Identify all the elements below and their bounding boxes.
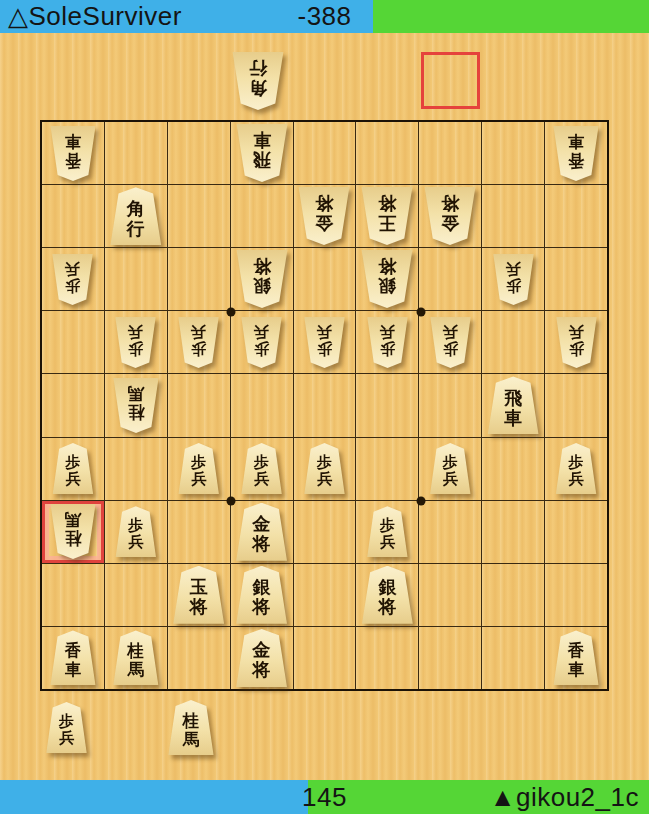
sente-hand-pawn-slot: 歩兵: [45, 702, 88, 753]
square-7b[interactable]: [168, 185, 230, 247]
square-6b[interactable]: [231, 185, 293, 247]
sente-hand-knight-slot: 桂馬: [167, 700, 215, 755]
gote-pawn-piece[interactable]: 歩兵: [240, 317, 283, 368]
square-4a[interactable]: [356, 122, 418, 184]
square-2g[interactable]: [482, 501, 544, 563]
square-1e[interactable]: [545, 374, 607, 436]
sente-bishop-piece[interactable]: 角行: [109, 187, 163, 245]
square-9d[interactable]: [42, 311, 104, 373]
square-1h[interactable]: [545, 564, 607, 626]
sente-pawn-piece[interactable]: 歩兵: [366, 506, 409, 557]
sente-silver-piece[interactable]: 銀将: [360, 566, 414, 624]
gote-silver-piece[interactable]: 銀将: [235, 250, 289, 308]
gote-pawn-piece[interactable]: 歩兵: [177, 317, 220, 368]
square-5a[interactable]: [294, 122, 356, 184]
square-9c[interactable]: 歩兵: [42, 248, 104, 310]
square-2d[interactable]: [482, 311, 544, 373]
square-6i[interactable]: 金将: [231, 627, 293, 689]
sente-gold-piece[interactable]: 金将: [235, 503, 289, 561]
square-7a[interactable]: [168, 122, 230, 184]
square-4b[interactable]: 王将: [356, 185, 418, 247]
square-3g[interactable]: [419, 501, 481, 563]
gote-silver-piece[interactable]: 銀将: [360, 250, 414, 308]
square-8b[interactable]: 角行: [105, 185, 167, 247]
sente-pawn-piece[interactable]: 歩兵: [555, 443, 598, 494]
gote-pawn-piece[interactable]: 歩兵: [303, 317, 346, 368]
square-8a[interactable]: [105, 122, 167, 184]
sente-pawn-piece[interactable]: 歩兵: [429, 443, 472, 494]
gote-knight-piece[interactable]: 桂馬: [49, 504, 97, 559]
square-3f[interactable]: 歩兵: [419, 438, 481, 500]
gote-pawn-piece[interactable]: 歩兵: [555, 317, 598, 368]
square-5i[interactable]: [294, 627, 356, 689]
square-2a[interactable]: [482, 122, 544, 184]
square-5h[interactable]: [294, 564, 356, 626]
square-9f[interactable]: 歩兵: [42, 438, 104, 500]
square-9a[interactable]: 香車: [42, 122, 104, 184]
square-3h[interactable]: [419, 564, 481, 626]
square-1g[interactable]: [545, 501, 607, 563]
square-6g[interactable]: 金将: [231, 501, 293, 563]
square-2c[interactable]: 歩兵: [482, 248, 544, 310]
gote-player-bar: △SoleSurviver -388: [0, 0, 649, 33]
square-2b[interactable]: [482, 185, 544, 247]
square-5b[interactable]: 金将: [294, 185, 356, 247]
square-6h[interactable]: 銀将: [231, 564, 293, 626]
sente-lance-piece[interactable]: 香車: [552, 630, 600, 685]
sente-gold-piece[interactable]: 金将: [235, 629, 289, 687]
square-7i[interactable]: [168, 627, 230, 689]
star-point: [227, 497, 236, 506]
sente-player-name: ▲gikou2_1c: [490, 780, 639, 814]
star-point: [417, 308, 426, 317]
square-9h[interactable]: [42, 564, 104, 626]
square-3a[interactable]: [419, 122, 481, 184]
gote-king-piece[interactable]: 王将: [360, 187, 414, 245]
square-8e[interactable]: 桂馬: [105, 374, 167, 436]
square-1i[interactable]: 香車: [545, 627, 607, 689]
square-3e[interactable]: [419, 374, 481, 436]
square-9e[interactable]: [42, 374, 104, 436]
sente-silver-piece[interactable]: 銀将: [235, 566, 289, 624]
square-3d[interactable]: 歩兵: [419, 311, 481, 373]
gote-lance-piece[interactable]: 香車: [552, 126, 600, 181]
star-point: [417, 497, 426, 506]
square-8f[interactable]: [105, 438, 167, 500]
square-8h[interactable]: [105, 564, 167, 626]
square-8c[interactable]: [105, 248, 167, 310]
square-9i[interactable]: 香車: [42, 627, 104, 689]
square-1a[interactable]: 香車: [545, 122, 607, 184]
star-point: [227, 308, 236, 317]
sente-pawn-piece[interactable]: 歩兵: [303, 443, 346, 494]
square-7e[interactable]: [168, 374, 230, 436]
square-4f[interactable]: [356, 438, 418, 500]
square-5f[interactable]: 歩兵: [294, 438, 356, 500]
square-6e[interactable]: [231, 374, 293, 436]
gote-rook-piece[interactable]: 飛車: [235, 124, 289, 182]
sente-king-piece[interactable]: 玉将: [172, 566, 226, 624]
square-1c[interactable]: [545, 248, 607, 310]
sente-pawn-piece[interactable]: 歩兵: [45, 702, 88, 753]
last-drop-origin-highlight: [421, 52, 480, 109]
square-5g[interactable]: [294, 501, 356, 563]
gote-pawn-piece[interactable]: 歩兵: [366, 317, 409, 368]
shogi-app-window: △SoleSurviver -388 角行 香車飛車香車角行金将王将金将歩兵銀将…: [0, 0, 649, 814]
square-3c[interactable]: [419, 248, 481, 310]
gote-pawn-piece[interactable]: 歩兵: [492, 254, 535, 305]
square-2e[interactable]: 飛車: [482, 374, 544, 436]
square-1d[interactable]: 歩兵: [545, 311, 607, 373]
square-6d[interactable]: 歩兵: [231, 311, 293, 373]
gote-hand-area: 角行: [231, 52, 285, 110]
square-1b[interactable]: [545, 185, 607, 247]
square-4h[interactable]: 銀将: [356, 564, 418, 626]
square-1f[interactable]: 歩兵: [545, 438, 607, 500]
evaluation-score: -388: [0, 0, 649, 33]
sente-knight-piece[interactable]: 桂馬: [167, 700, 215, 755]
sente-pawn-piece[interactable]: 歩兵: [51, 443, 94, 494]
square-6f[interactable]: 歩兵: [231, 438, 293, 500]
square-2h[interactable]: [482, 564, 544, 626]
square-2f[interactable]: [482, 438, 544, 500]
square-4e[interactable]: [356, 374, 418, 436]
gote-gold-piece[interactable]: 金将: [297, 187, 351, 245]
sente-lance-piece[interactable]: 香車: [49, 630, 97, 685]
sente-pawn-piece[interactable]: 歩兵: [240, 443, 283, 494]
square-4i[interactable]: [356, 627, 418, 689]
square-7c[interactable]: [168, 248, 230, 310]
square-9b[interactable]: [42, 185, 104, 247]
square-4c[interactable]: 銀将: [356, 248, 418, 310]
square-6a[interactable]: 飛車: [231, 122, 293, 184]
square-6c[interactable]: 銀将: [231, 248, 293, 310]
gote-lance-piece[interactable]: 香車: [49, 126, 97, 181]
square-8d[interactable]: 歩兵: [105, 311, 167, 373]
gote-pawn-piece[interactable]: 歩兵: [51, 254, 94, 305]
gote-gold-piece[interactable]: 金将: [423, 187, 477, 245]
square-7d[interactable]: 歩兵: [168, 311, 230, 373]
square-7h[interactable]: 玉将: [168, 564, 230, 626]
square-3i[interactable]: [419, 627, 481, 689]
sente-pawn-piece[interactable]: 歩兵: [114, 506, 157, 557]
square-7g[interactable]: [168, 501, 230, 563]
sente-knight-piece[interactable]: 桂馬: [112, 630, 160, 685]
gote-bishop-piece[interactable]: 角行: [231, 52, 285, 110]
square-5c[interactable]: [294, 248, 356, 310]
square-5d[interactable]: 歩兵: [294, 311, 356, 373]
square-2i[interactable]: [482, 627, 544, 689]
sente-player-bar: 145 ▲gikou2_1c: [0, 780, 649, 814]
square-5e[interactable]: [294, 374, 356, 436]
gote-pawn-piece[interactable]: 歩兵: [114, 317, 157, 368]
square-4g[interactable]: 歩兵: [356, 501, 418, 563]
square-8g[interactable]: 歩兵: [105, 501, 167, 563]
gote-pawn-piece[interactable]: 歩兵: [429, 317, 472, 368]
square-9g[interactable]: 桂馬: [42, 501, 104, 563]
square-8i[interactable]: 桂馬: [105, 627, 167, 689]
sente-rook-piece[interactable]: 飛車: [486, 376, 540, 434]
square-7f[interactable]: 歩兵: [168, 438, 230, 500]
shogi-board: 香車飛車香車角行金将王将金将歩兵銀将銀将歩兵歩兵歩兵歩兵歩兵歩兵歩兵歩兵桂馬飛車…: [40, 120, 609, 691]
square-3b[interactable]: 金将: [419, 185, 481, 247]
square-4d[interactable]: 歩兵: [356, 311, 418, 373]
sente-pawn-piece[interactable]: 歩兵: [177, 443, 220, 494]
gote-knight-piece[interactable]: 桂馬: [112, 378, 160, 433]
